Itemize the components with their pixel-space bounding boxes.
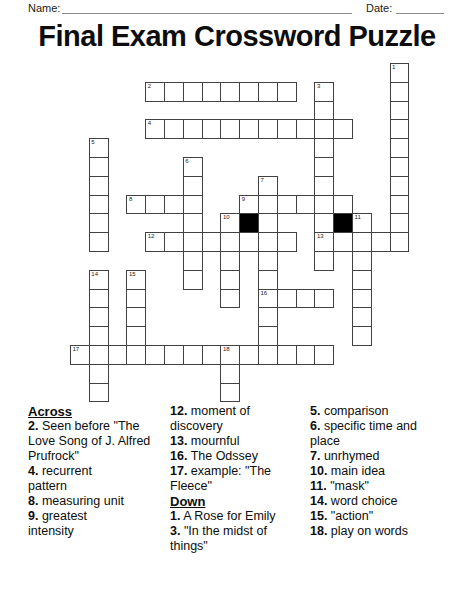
clue-number-8: 8 — [129, 196, 132, 203]
grid-cell-r7c12[interactable] — [296, 195, 316, 215]
clue-across-9: 9. greatestintensity — [28, 509, 174, 539]
grid-cell-r12c15[interactable] — [352, 289, 372, 309]
grid-cell-r3c9[interactable] — [239, 119, 259, 139]
crossword-grid: 123456789101112131415161718 — [70, 63, 411, 404]
grid-cell-r13c10[interactable] — [258, 307, 278, 327]
clue-number-1: 1 — [392, 64, 395, 71]
grid-cell-r15c13[interactable] — [314, 345, 334, 365]
grid-cell-r12c13[interactable] — [314, 289, 334, 309]
grid-cell-r9c8[interactable] — [220, 232, 240, 252]
date-blank-line[interactable] — [396, 13, 444, 14]
clue-down-3: 3. "In the midst ofthings" — [170, 524, 312, 554]
clue-column-2: 12. moment ofdiscovery13. mournful16. Th… — [170, 404, 312, 554]
grid-cell-r3c6[interactable] — [183, 119, 203, 139]
grid-cell-r16c8[interactable] — [220, 364, 240, 384]
grid-cell-r12c10[interactable]: 16 — [258, 289, 278, 309]
grid-cell-r0c17[interactable]: 1 — [390, 63, 410, 83]
clue-down-1: 1. A Rose for Emily — [170, 509, 312, 524]
clue-down-5: 5. comparison — [310, 404, 474, 419]
grid-cell-r3c8[interactable] — [220, 119, 240, 139]
grid-cell-r6c6[interactable] — [183, 176, 203, 196]
clue-across-17: 17. example: "TheFleece" — [170, 464, 312, 494]
grid-cell-r15c0[interactable]: 17 — [70, 345, 90, 365]
grid-cell-r15c11[interactable] — [277, 345, 297, 365]
clue-number-5: 5 — [91, 139, 94, 146]
grid-cell-r5c1[interactable] — [89, 157, 109, 177]
grid-cell-r7c3[interactable]: 8 — [126, 195, 146, 215]
clue-across-4: 4. recurrentpattern — [28, 464, 174, 494]
grid-cell-r3c7[interactable] — [202, 119, 222, 139]
clue-number-15: 15 — [129, 271, 136, 278]
grid-cell-r6c13[interactable] — [314, 176, 334, 196]
grid-cell-r8c15[interactable]: 11 — [352, 213, 372, 233]
grid-cell-r11c8[interactable] — [220, 270, 240, 290]
grid-cell-r15c1[interactable] — [89, 345, 109, 365]
clue-across-16: 16. The Odssey — [170, 449, 312, 464]
grid-cell-r3c14[interactable] — [333, 119, 353, 139]
clue-number-4: 4 — [148, 120, 151, 127]
grid-cell-r15c2[interactable] — [108, 345, 128, 365]
grid-cell-r7c17[interactable] — [390, 195, 410, 215]
grid-cell-r12c8[interactable] — [220, 289, 240, 309]
grid-cell-r15c8[interactable]: 18 — [220, 345, 240, 365]
grid-cell-r2c13[interactable] — [314, 101, 334, 121]
grid-cell-r7c10[interactable] — [258, 195, 278, 215]
grid-cell-r12c11[interactable] — [277, 289, 297, 309]
grid-cell-r10c6[interactable] — [183, 251, 203, 271]
grid-cell-r1c4[interactable]: 2 — [145, 82, 165, 102]
name-blank-line[interactable] — [62, 13, 352, 14]
clue-number-10: 10 — [223, 214, 230, 221]
grid-cell-r1c8[interactable] — [220, 82, 240, 102]
grid-cell-r10c13[interactable] — [314, 251, 334, 271]
clue-across-12: 12. moment ofdiscovery — [170, 404, 312, 434]
black-cell-r8c9 — [239, 213, 259, 233]
grid-cell-r15c10[interactable] — [258, 345, 278, 365]
clue-number-2: 2 — [148, 83, 151, 90]
name-label: Name: — [28, 2, 60, 14]
clue-down-11: 11. "mask" — [310, 479, 474, 494]
grid-cell-r9c9[interactable] — [239, 232, 259, 252]
grid-cell-r14c1[interactable] — [89, 326, 109, 346]
grid-cell-r9c6[interactable] — [183, 232, 203, 252]
grid-cell-r7c11[interactable] — [277, 195, 297, 215]
grid-cell-r7c4[interactable] — [145, 195, 165, 215]
grid-cell-r13c1[interactable] — [89, 307, 109, 327]
grid-cell-r9c15[interactable] — [352, 232, 372, 252]
clue-number-18: 18 — [223, 346, 230, 353]
clue-column-3: 5. comparison6. specific time andplace7.… — [310, 404, 474, 539]
clue-down-15: 15. "action" — [310, 509, 474, 524]
clue-number-17: 17 — [73, 346, 80, 353]
grid-cell-r10c8[interactable] — [220, 251, 240, 271]
grid-cell-r9c7[interactable] — [202, 232, 222, 252]
grid-cell-r8c6[interactable] — [183, 213, 203, 233]
grid-cell-r11c10[interactable] — [258, 270, 278, 290]
grid-cell-r14c3[interactable] — [126, 326, 146, 346]
grid-cell-r1c10[interactable] — [258, 82, 278, 102]
grid-cell-r8c1[interactable] — [89, 213, 109, 233]
grid-cell-r11c6[interactable] — [183, 270, 203, 290]
grid-cell-r3c11[interactable] — [277, 119, 297, 139]
clue-across-8: 8. measuring unit — [28, 494, 174, 509]
date-label: Date: — [366, 2, 392, 14]
clue-column-1: Across2. Seen before "TheLove Song of J.… — [28, 404, 174, 539]
grid-cell-r9c17[interactable] — [390, 232, 410, 252]
clue-down-18: 18. play on words — [310, 524, 474, 539]
grid-cell-r12c12[interactable] — [296, 289, 316, 309]
grid-cell-r16c1[interactable] — [89, 364, 109, 384]
grid-cell-r9c4[interactable]: 12 — [145, 232, 165, 252]
clue-number-13: 13 — [317, 233, 324, 240]
clue-across-2: 2. Seen before "TheLove Song of J. Alfre… — [28, 419, 174, 464]
grid-cell-r17c8[interactable] — [220, 383, 240, 403]
grid-cell-r5c13[interactable] — [314, 157, 334, 177]
grid-cell-r7c5[interactable] — [164, 195, 184, 215]
grid-cell-r9c11[interactable] — [277, 232, 297, 252]
grid-cell-r11c3[interactable]: 15 — [126, 270, 146, 290]
grid-cell-r4c17[interactable] — [390, 138, 410, 158]
grid-cell-r7c1[interactable] — [89, 195, 109, 215]
clue-number-7: 7 — [261, 177, 264, 184]
grid-cell-r1c7[interactable] — [202, 82, 222, 102]
grid-cell-r8c10[interactable] — [258, 213, 278, 233]
grid-cell-r4c13[interactable] — [314, 138, 334, 158]
clue-down-7: 7. unrhymed — [310, 449, 474, 464]
grid-cell-r3c10[interactable] — [258, 119, 278, 139]
grid-cell-r1c9[interactable] — [239, 82, 259, 102]
clue-number-12: 12 — [148, 233, 155, 240]
grid-cell-r2c17[interactable] — [390, 101, 410, 121]
grid-cell-r1c5[interactable] — [164, 82, 184, 102]
grid-cell-r15c5[interactable] — [164, 345, 184, 365]
grid-cell-r5c17[interactable] — [390, 157, 410, 177]
grid-cell-r6c1[interactable] — [89, 176, 109, 196]
grid-cell-r15c6[interactable] — [183, 345, 203, 365]
clue-number-14: 14 — [91, 271, 98, 278]
grid-cell-r1c6[interactable] — [183, 82, 203, 102]
grid-cell-r7c9[interactable]: 9 — [239, 195, 259, 215]
grid-cell-r7c13[interactable] — [314, 195, 334, 215]
grid-cell-r8c17[interactable] — [390, 213, 410, 233]
clues-down-header: Down — [170, 494, 312, 509]
clue-number-9: 9 — [242, 196, 245, 203]
grid-cell-r10c10[interactable] — [258, 251, 278, 271]
grid-cell-r15c4[interactable] — [145, 345, 165, 365]
grid-cell-r5c6[interactable]: 6 — [183, 157, 203, 177]
grid-cell-r11c1[interactable]: 14 — [89, 270, 109, 290]
grid-cell-r3c17[interactable] — [390, 119, 410, 139]
clue-down-10: 10. main idea — [310, 464, 474, 479]
grid-cell-r17c1[interactable] — [89, 383, 109, 403]
grid-cell-r7c6[interactable] — [183, 195, 203, 215]
clue-number-3: 3 — [317, 83, 320, 90]
grid-cell-r9c16[interactable] — [371, 232, 391, 252]
grid-cell-r1c11[interactable] — [277, 82, 297, 102]
grid-cell-r4c1[interactable]: 5 — [89, 138, 109, 158]
grid-cell-r12c1[interactable] — [89, 289, 109, 309]
grid-cell-r1c13[interactable]: 3 — [314, 82, 334, 102]
clue-down-14: 14. word choice — [310, 494, 474, 509]
grid-cell-r14c10[interactable] — [258, 326, 278, 346]
grid-cell-r7c14[interactable] — [333, 195, 353, 215]
grid-cell-r12c3[interactable] — [126, 289, 146, 309]
grid-cell-r3c4[interactable]: 4 — [145, 119, 165, 139]
grid-cell-r13c3[interactable] — [126, 307, 146, 327]
grid-cell-r3c13[interactable] — [314, 119, 334, 139]
grid-cell-r3c12[interactable] — [296, 119, 316, 139]
clues-across-header: Across — [28, 404, 174, 419]
grid-cell-r6c17[interactable] — [390, 176, 410, 196]
grid-cell-r14c15[interactable] — [352, 326, 372, 346]
page-title: Final Exam Crossword Puzzle — [0, 20, 474, 53]
grid-cell-r1c17[interactable] — [390, 82, 410, 102]
grid-cell-r9c5[interactable] — [164, 232, 184, 252]
grid-cell-r9c14[interactable] — [333, 232, 353, 252]
grid-cell-r6c10[interactable]: 7 — [258, 176, 278, 196]
grid-cell-r9c10[interactable] — [258, 232, 278, 252]
grid-cell-r8c13[interactable] — [314, 213, 334, 233]
clue-number-6: 6 — [185, 158, 188, 165]
grid-cell-r9c13[interactable]: 13 — [314, 232, 334, 252]
clue-number-16: 16 — [261, 290, 268, 297]
grid-cell-r15c3[interactable] — [126, 345, 146, 365]
grid-cell-r9c1[interactable] — [89, 232, 109, 252]
clue-across-13: 13. mournful — [170, 434, 312, 449]
clue-number-11: 11 — [355, 214, 361, 221]
grid-cell-r15c7[interactable] — [202, 345, 222, 365]
clue-down-6: 6. specific time andplace — [310, 419, 474, 449]
grid-cell-r8c8[interactable]: 10 — [220, 213, 240, 233]
grid-cell-r10c15[interactable] — [352, 251, 372, 271]
black-cell-r8c14 — [333, 213, 353, 233]
grid-cell-r15c12[interactable] — [296, 345, 316, 365]
grid-cell-r11c15[interactable] — [352, 270, 372, 290]
grid-cell-r15c9[interactable] — [239, 345, 259, 365]
grid-cell-r13c15[interactable] — [352, 307, 372, 327]
grid-cell-r3c5[interactable] — [164, 119, 184, 139]
